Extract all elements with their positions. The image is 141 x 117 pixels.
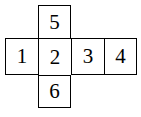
net-cell-face-3: 3 (71, 38, 104, 75)
cube-net-grid: 5 1 2 3 4 6 (5, 5, 137, 108)
net-cell-face-6: 6 (38, 75, 71, 108)
net-cell-face-4: 4 (104, 38, 137, 75)
net-cell-face-5: 5 (38, 5, 71, 38)
net-cell-face-1: 1 (5, 38, 38, 75)
cube-net-diagram: 5 1 2 3 4 6 (0, 0, 141, 117)
net-cell-face-2: 2 (38, 38, 71, 75)
